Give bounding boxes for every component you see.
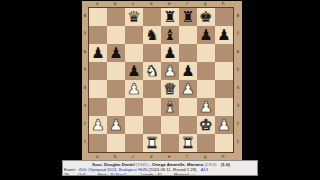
square-g5 <box>197 62 215 80</box>
square-b6: ♟ <box>107 44 125 62</box>
material-label: Material : <box>174 172 191 177</box>
rank-label-7: 7 <box>84 32 87 36</box>
square-f7 <box>179 26 197 44</box>
piece-white-pawn: ♟ <box>181 80 194 98</box>
chess-board: ♛♜♜♚♞♝♟♟♟♟♟♟♞♟♟♟♛♟♝♟♟♟♚♟♜♜ <box>88 7 234 153</box>
square-d2 <box>143 116 161 134</box>
square-a1 <box>89 134 107 152</box>
piece-black-pawn: ♟ <box>217 26 230 44</box>
square-a2: ♟ <box>89 116 107 134</box>
square-d1: ♜ <box>143 134 161 152</box>
square-c5: ♟ <box>125 62 143 80</box>
square-b4 <box>107 80 125 98</box>
file-label-d: d <box>145 154 158 159</box>
rank-label-7: 7 <box>237 32 240 36</box>
piece-white-pawn: ♟ <box>217 116 230 134</box>
square-h1 <box>215 134 233 152</box>
square-b7 <box>107 26 125 44</box>
next-move: 30.Nxe7+ <box>110 172 128 177</box>
game-result: (1-0) <box>221 162 230 167</box>
piece-black-pawn: ♟ <box>127 62 140 80</box>
square-e6: ♟ <box>161 44 179 62</box>
square-h6 <box>215 44 233 62</box>
square-f1: ♜ <box>179 134 197 152</box>
piece-white-pawn: ♟ <box>199 98 212 116</box>
square-b5 <box>107 62 125 80</box>
length-label: Length : <box>140 172 155 177</box>
square-f3 <box>179 98 197 116</box>
file-label-h: h <box>217 2 230 6</box>
rank-label-3: 3 <box>237 104 240 108</box>
square-f4: ♟ <box>179 80 197 98</box>
piece-white-rook: ♜ <box>145 134 158 152</box>
rank-label-8: 8 <box>237 14 240 18</box>
square-a4 <box>89 80 107 98</box>
piece-white-knight: ♞ <box>145 62 158 80</box>
piece-black-knight: ♞ <box>145 26 158 44</box>
square-f2 <box>179 116 197 134</box>
square-d8 <box>143 8 161 26</box>
square-h4 <box>215 80 233 98</box>
piece-black-pawn: ♟ <box>199 26 212 44</box>
square-d6 <box>143 44 161 62</box>
square-h8 <box>215 8 233 26</box>
square-d4 <box>143 80 161 98</box>
game-info-inner: Sour, Douglas Daniel (1945) - Ortega Ama… <box>63 161 258 176</box>
board-corner <box>234 153 242 160</box>
piece-black-rook: ♜ <box>181 8 194 26</box>
file-label-e: e <box>163 2 176 6</box>
piece-black-rook: ♜ <box>163 8 176 26</box>
square-b3 <box>107 98 125 116</box>
piece-black-pawn: ♟ <box>91 44 104 62</box>
chess-board-block: abcdefgh 87654321 ♛♜♜♚♞♝♟♟♟♟♟♟♞♟♟♟♛♟♝♟♟♟… <box>82 1 242 160</box>
length-value: 40 <box>157 172 162 177</box>
square-f6 <box>179 44 197 62</box>
next-label: Next : <box>98 172 109 177</box>
square-g4 <box>197 80 215 98</box>
square-e5: ♟ <box>161 62 179 80</box>
rank-label-4: 4 <box>84 86 87 90</box>
game-info-panel: Sour, Douglas Daniel (1945) - Ortega Ama… <box>62 160 258 176</box>
move-number: 29 ... <box>64 172 73 177</box>
square-a3 <box>89 98 107 116</box>
rank-label-2: 2 <box>237 122 240 126</box>
piece-white-queen: ♛ <box>163 80 176 98</box>
square-e4: ♛ <box>161 80 179 98</box>
square-h3 <box>215 98 233 116</box>
square-f8: ♜ <box>179 8 197 26</box>
square-a7 <box>89 26 107 44</box>
rank-label-1: 1 <box>84 140 87 144</box>
rank-label-6: 6 <box>84 50 87 54</box>
square-a8 <box>89 8 107 26</box>
square-g3: ♟ <box>197 98 215 116</box>
file-label-a: a <box>91 2 104 6</box>
rank-labels-right: 87654321 <box>234 7 242 153</box>
video-frame: abcdefgh 87654321 ♛♜♜♚♞♝♟♟♟♟♟♟♞♟♟♟♛♟♝♟♟♟… <box>0 0 320 180</box>
square-b8 <box>107 8 125 26</box>
piece-black-bishop: ♝ <box>163 26 176 44</box>
square-h7: ♟ <box>215 26 233 44</box>
file-label-g: g <box>199 154 212 159</box>
piece-white-bishop: ♝ <box>163 98 176 116</box>
material-value: = <box>193 172 195 177</box>
square-c2 <box>125 116 143 134</box>
square-e2 <box>161 116 179 134</box>
rank-label-2: 2 <box>84 122 87 126</box>
piece-white-pawn: ♟ <box>91 116 104 134</box>
square-d5: ♞ <box>143 62 161 80</box>
piece-white-king: ♚ <box>199 116 212 134</box>
square-g6 <box>197 44 215 62</box>
file-label-f: f <box>181 154 194 159</box>
rank-label-4: 4 <box>237 86 240 90</box>
piece-white-pawn: ♟ <box>163 62 176 80</box>
square-e1 <box>161 134 179 152</box>
file-label-g: g <box>199 2 212 6</box>
file-label-c: c <box>127 154 140 159</box>
piece-black-pawn: ♟ <box>163 44 176 62</box>
piece-black-pawn: ♟ <box>181 62 194 80</box>
piece-black-queen: ♛ <box>127 8 140 26</box>
square-h5 <box>215 62 233 80</box>
file-label-c: c <box>127 2 140 6</box>
square-g2: ♚ <box>197 116 215 134</box>
piece-black-king: ♚ <box>199 8 212 26</box>
square-c6 <box>125 44 143 62</box>
rank-label-5: 5 <box>84 68 87 72</box>
square-g1 <box>197 134 215 152</box>
square-h2: ♟ <box>215 116 233 134</box>
rank-label-1: 1 <box>237 140 240 144</box>
square-e3: ♝ <box>161 98 179 116</box>
square-c3 <box>125 98 143 116</box>
square-f5: ♟ <box>179 62 197 80</box>
rank-label-5: 5 <box>237 68 240 72</box>
square-e7: ♝ <box>161 26 179 44</box>
piece-white-rook: ♜ <box>181 134 194 152</box>
rank-label-8: 8 <box>84 14 87 18</box>
square-g7: ♟ <box>197 26 215 44</box>
square-c7 <box>125 26 143 44</box>
moves-line: 29 ... Qc8 Next : 30.Nxe7+ Length : 40 M… <box>64 172 258 177</box>
square-e8: ♜ <box>161 8 179 26</box>
square-b1 <box>107 134 125 152</box>
rank-label-3: 3 <box>84 104 87 108</box>
square-a5 <box>89 62 107 80</box>
rank-label-6: 6 <box>237 50 240 54</box>
square-b2: ♟ <box>107 116 125 134</box>
file-label-d: d <box>145 2 158 6</box>
file-label-h: h <box>217 154 230 159</box>
square-c4: ♟ <box>125 80 143 98</box>
file-labels-bottom: abcdefgh <box>88 153 234 160</box>
file-label-f: f <box>181 2 194 6</box>
last-move: Qc8 <box>78 172 86 177</box>
square-d7: ♞ <box>143 26 161 44</box>
square-d3 <box>143 98 161 116</box>
eco-code: A13 <box>201 167 209 172</box>
piece-white-pawn: ♟ <box>127 80 140 98</box>
square-a6: ♟ <box>89 44 107 62</box>
square-c8: ♛ <box>125 8 143 26</box>
square-c1 <box>125 134 143 152</box>
piece-white-pawn: ♟ <box>109 116 122 134</box>
file-label-b: b <box>109 154 122 159</box>
file-label-a: a <box>91 154 104 159</box>
square-g8: ♚ <box>197 8 215 26</box>
file-label-e: e <box>163 154 176 159</box>
file-label-b: b <box>109 2 122 6</box>
piece-black-pawn: ♟ <box>109 44 122 62</box>
